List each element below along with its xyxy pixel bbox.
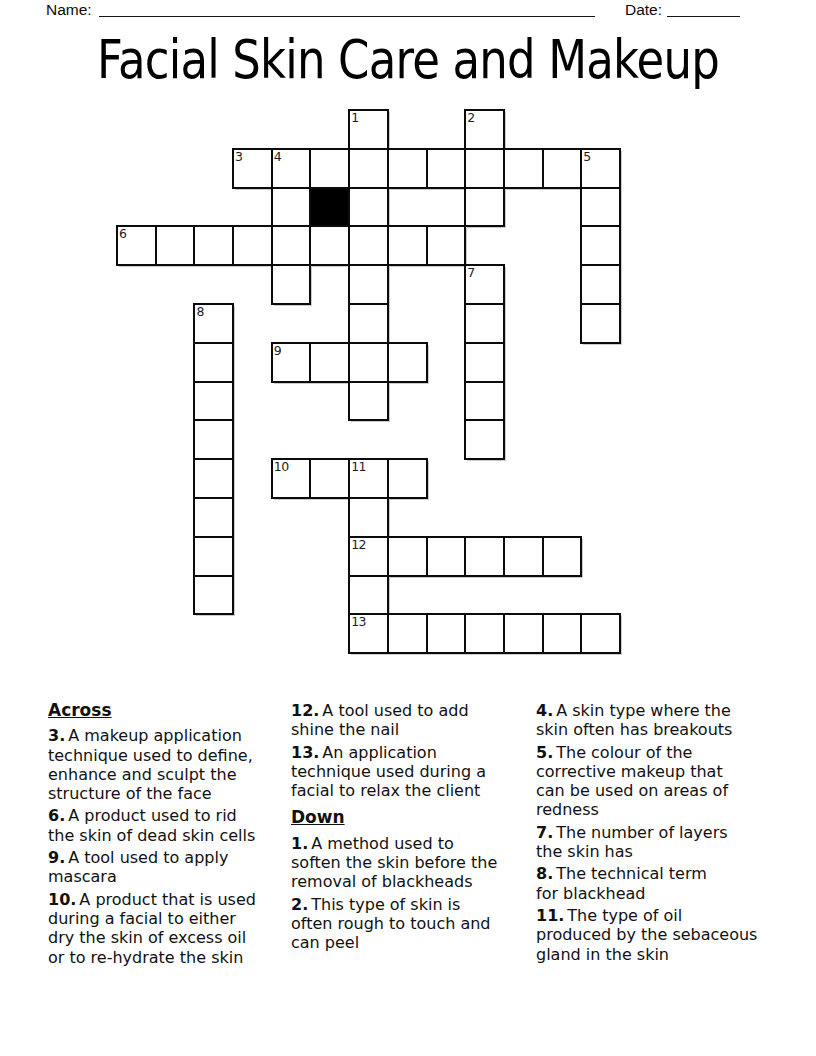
cell-number-9: 9 bbox=[274, 344, 281, 357]
grid-cell-r1c6[interactable] bbox=[349, 149, 388, 188]
grid-cell-r12c6[interactable] bbox=[349, 576, 388, 615]
grid-cell-r4c4[interactable] bbox=[272, 265, 311, 304]
clue-text: A makeup application technique used to d… bbox=[48, 726, 253, 803]
grid-cell-r11c9[interactable] bbox=[465, 537, 504, 576]
grid-cell-r3c2[interactable] bbox=[194, 226, 233, 265]
clue-text: The colour of the corrective makeup that… bbox=[536, 743, 728, 820]
clue-number: 13. bbox=[291, 743, 319, 762]
clue-down-8: 8.The technical term for blackhead bbox=[536, 864, 788, 903]
grid-cell-r13c12[interactable] bbox=[581, 614, 620, 653]
clue-down-2: 2.This type of skin is often rough to to… bbox=[291, 895, 529, 953]
clue-text: An application technique used during a f… bbox=[291, 743, 486, 801]
grid-cell-r0c9[interactable]: 2 bbox=[465, 110, 504, 149]
clue-column-1: Across3.A makeup application technique u… bbox=[48, 701, 290, 970]
clue-number: 7. bbox=[536, 823, 553, 842]
grid-cell-r5c12[interactable] bbox=[581, 304, 620, 343]
clue-down-5: 5.The colour of the corrective makeup th… bbox=[536, 743, 788, 820]
clue-number: 12. bbox=[291, 701, 319, 720]
cell-number-12: 12 bbox=[351, 538, 366, 551]
grid-cell-r8c9[interactable] bbox=[465, 420, 504, 459]
crossword-grid: 12345678910111213 bbox=[117, 110, 620, 653]
grid-cell-r13c7[interactable] bbox=[388, 614, 427, 653]
cell-number-6: 6 bbox=[119, 227, 126, 240]
grid-cell-r4c9[interactable]: 7 bbox=[465, 265, 504, 304]
clue-down-1: 1.A method used to soften the skin befor… bbox=[291, 834, 529, 892]
clue-number: 6. bbox=[48, 806, 65, 825]
grid-cell-r13c8[interactable] bbox=[427, 614, 466, 653]
grid-cell-r9c6[interactable]: 11 bbox=[349, 459, 388, 498]
grid-cell-r1c5[interactable] bbox=[310, 149, 349, 188]
grid-cell-r11c7[interactable] bbox=[388, 537, 427, 576]
grid-cell-r10c6[interactable] bbox=[349, 498, 388, 537]
clue-across-10: 10.A product that is used during a facia… bbox=[48, 890, 290, 967]
grid-cell-r9c2[interactable] bbox=[194, 459, 233, 498]
clue-text: A method used to soften the skin before … bbox=[291, 834, 497, 892]
clue-across-6: 6.A product used to rid the skin of dead… bbox=[48, 806, 290, 845]
clue-down-4: 4.A skin type where the skin often has b… bbox=[536, 701, 788, 740]
grid-cell-r6c2[interactable] bbox=[194, 343, 233, 382]
grid-cell-r1c12[interactable]: 5 bbox=[581, 149, 620, 188]
grid-cell-r10c2[interactable] bbox=[194, 498, 233, 537]
cell-number-7: 7 bbox=[467, 266, 474, 279]
grid-cell-r6c5[interactable] bbox=[310, 343, 349, 382]
name-blank-line[interactable] bbox=[99, 0, 595, 17]
clue-across-13: 13.An application technique used during … bbox=[291, 743, 529, 801]
grid-cell-r1c11[interactable] bbox=[543, 149, 582, 188]
clue-number: 1. bbox=[291, 834, 308, 853]
clue-number: 11. bbox=[536, 906, 564, 925]
grid-cell-r3c0[interactable]: 6 bbox=[117, 226, 156, 265]
grid-cell-r13c6[interactable]: 13 bbox=[349, 614, 388, 653]
clue-number: 4. bbox=[536, 701, 553, 720]
clue-text: A skin type where the skin often has bre… bbox=[536, 701, 732, 739]
grid-cell-r4c12[interactable] bbox=[581, 265, 620, 304]
clue-text: A product used to rid the skin of dead s… bbox=[48, 806, 255, 844]
grid-cell-r7c2[interactable] bbox=[194, 382, 233, 421]
grid-cell-r5c9[interactable] bbox=[465, 304, 504, 343]
cell-number-11: 11 bbox=[351, 460, 366, 473]
grid-cell-r7c6[interactable] bbox=[349, 382, 388, 421]
cell-number-10: 10 bbox=[274, 460, 289, 473]
grid-cell-r1c7[interactable] bbox=[388, 149, 427, 188]
grid-cell-r1c10[interactable] bbox=[504, 149, 543, 188]
grid-cell-r1c9[interactable] bbox=[465, 149, 504, 188]
cell-number-5: 5 bbox=[583, 150, 590, 163]
grid-cell-r5c6[interactable] bbox=[349, 304, 388, 343]
clue-number: 9. bbox=[48, 848, 65, 867]
clue-number: 10. bbox=[48, 890, 76, 909]
grid-cell-r11c2[interactable] bbox=[194, 537, 233, 576]
date-blank-line[interactable] bbox=[667, 0, 740, 17]
grid-cell-r0c6[interactable]: 1 bbox=[349, 110, 388, 149]
grid-cell-r3c5[interactable] bbox=[310, 226, 349, 265]
grid-cell-r6c7[interactable] bbox=[388, 343, 427, 382]
grid-cell-r12c2[interactable] bbox=[194, 576, 233, 615]
grid-cell-r2c6[interactable] bbox=[349, 188, 388, 227]
grid-cell-r4c6[interactable] bbox=[349, 265, 388, 304]
worksheet-page: Name: Date: Facial Skin Care and Makeup … bbox=[0, 0, 816, 1056]
grid-cell-r2c4[interactable] bbox=[272, 188, 311, 227]
grid-cell-r3c7[interactable] bbox=[388, 226, 427, 265]
clue-text: The number of layers the skin has bbox=[536, 823, 728, 861]
grid-cell-r9c4[interactable]: 10 bbox=[272, 459, 311, 498]
clue-text: This type of skin is often rough to touc… bbox=[291, 895, 491, 953]
grid-cell-r3c12[interactable] bbox=[581, 226, 620, 265]
grid-cell-r3c3[interactable] bbox=[233, 226, 272, 265]
clue-text: The type of oil produced by the sebaceou… bbox=[536, 906, 757, 964]
clue-across-9: 9.A tool used to apply mascara bbox=[48, 848, 290, 887]
grid-cell-r6c4[interactable]: 9 bbox=[272, 343, 311, 382]
clue-across-12: 12.A tool used to add shine the nail bbox=[291, 701, 529, 740]
grid-cell-r1c8[interactable] bbox=[427, 149, 466, 188]
clue-column-3: 4.A skin type where the skin often has b… bbox=[536, 701, 788, 967]
name-label: Name: bbox=[46, 1, 92, 19]
grid-cell-r11c11[interactable] bbox=[543, 537, 582, 576]
date-label: Date: bbox=[625, 1, 662, 19]
cell-number-13: 13 bbox=[351, 615, 366, 628]
grid-cell-r11c8[interactable] bbox=[427, 537, 466, 576]
black-cell bbox=[310, 188, 349, 227]
grid-cell-r11c10[interactable] bbox=[504, 537, 543, 576]
grid-cell-r3c8[interactable] bbox=[427, 226, 466, 265]
clue-number: 8. bbox=[536, 864, 553, 883]
grid-cell-r13c10[interactable] bbox=[504, 614, 543, 653]
grid-cell-r13c11[interactable] bbox=[543, 614, 582, 653]
clue-number: 3. bbox=[48, 726, 65, 745]
grid-cell-r7c9[interactable] bbox=[465, 382, 504, 421]
cell-number-3: 3 bbox=[235, 150, 242, 163]
clue-down-7: 7.The number of layers the skin has bbox=[536, 823, 788, 862]
grid-cell-r2c9[interactable] bbox=[465, 188, 504, 227]
grid-cell-r3c6[interactable] bbox=[349, 226, 388, 265]
clue-text: The technical term for blackhead bbox=[536, 864, 707, 902]
grid-cell-r5c2[interactable]: 8 bbox=[194, 304, 233, 343]
clues-across-header: Across bbox=[48, 701, 290, 720]
clue-down-11: 11.The type of oil produced by the sebac… bbox=[536, 906, 788, 964]
grid-cell-r11c6[interactable]: 12 bbox=[349, 537, 388, 576]
clues-down-header: Down bbox=[291, 808, 529, 827]
grid-cell-r3c1[interactable] bbox=[156, 226, 195, 265]
clue-text: A tool used to apply mascara bbox=[48, 848, 228, 886]
grid-cell-r3c4[interactable] bbox=[272, 226, 311, 265]
clue-column-2: 12.A tool used to add shine the nail13.A… bbox=[291, 701, 529, 956]
grid-cell-r6c6[interactable] bbox=[349, 343, 388, 382]
grid-cell-r9c5[interactable] bbox=[310, 459, 349, 498]
grid-cell-r9c7[interactable] bbox=[388, 459, 427, 498]
clue-across-3: 3.A makeup application technique used to… bbox=[48, 726, 290, 803]
clue-number: 2. bbox=[291, 895, 308, 914]
cell-number-2: 2 bbox=[467, 111, 474, 124]
clue-text: A product that is used during a facial t… bbox=[48, 890, 256, 967]
grid-cell-r2c12[interactable] bbox=[581, 188, 620, 227]
cell-number-4: 4 bbox=[274, 150, 281, 163]
grid-cell-r6c9[interactable] bbox=[465, 343, 504, 382]
cell-number-8: 8 bbox=[196, 305, 203, 318]
puzzle-title: Facial Skin Care and Makeup bbox=[61, 31, 755, 89]
grid-cell-r1c4[interactable]: 4 bbox=[272, 149, 311, 188]
grid-cell-r13c9[interactable] bbox=[465, 614, 504, 653]
clue-number: 5. bbox=[536, 743, 553, 762]
grid-cell-r8c2[interactable] bbox=[194, 420, 233, 459]
cell-number-1: 1 bbox=[351, 111, 358, 124]
grid-cell-r1c3[interactable]: 3 bbox=[233, 149, 272, 188]
